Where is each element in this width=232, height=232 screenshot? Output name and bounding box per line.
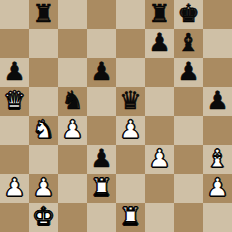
piece-white-pawn: ♟ bbox=[206, 173, 228, 202]
piece-black-king: ♚ bbox=[177, 0, 199, 28]
piece-white-bishop: ♝ bbox=[206, 144, 228, 173]
square-b2[interactable]: ♟ bbox=[29, 174, 58, 203]
square-h8[interactable] bbox=[203, 0, 232, 29]
piece-white-rook: ♜ bbox=[90, 173, 112, 202]
square-b4[interactable]: ♞ bbox=[29, 116, 58, 145]
square-a4[interactable] bbox=[0, 116, 29, 145]
square-h5[interactable]: ♟ bbox=[203, 87, 232, 116]
square-c8[interactable] bbox=[58, 0, 87, 29]
square-a6[interactable]: ♟ bbox=[0, 58, 29, 87]
piece-black-pawn: ♟ bbox=[206, 86, 228, 115]
square-e3[interactable] bbox=[116, 145, 145, 174]
square-d7[interactable] bbox=[87, 29, 116, 58]
square-h4[interactable] bbox=[203, 116, 232, 145]
square-a8[interactable] bbox=[0, 0, 29, 29]
piece-black-pawn: ♟ bbox=[90, 57, 112, 86]
square-d6[interactable]: ♟ bbox=[87, 58, 116, 87]
square-e1[interactable]: ♜ bbox=[116, 203, 145, 232]
square-a3[interactable] bbox=[0, 145, 29, 174]
piece-white-pawn: ♟ bbox=[61, 115, 83, 144]
square-h7[interactable] bbox=[203, 29, 232, 58]
piece-white-queen: ♛ bbox=[3, 86, 25, 115]
piece-white-pawn: ♟ bbox=[148, 144, 170, 173]
square-c4[interactable]: ♟ bbox=[58, 116, 87, 145]
square-f8[interactable]: ♜ bbox=[145, 0, 174, 29]
square-b8[interactable]: ♜ bbox=[29, 0, 58, 29]
piece-white-knight: ♞ bbox=[32, 115, 54, 144]
square-h3[interactable]: ♝ bbox=[203, 145, 232, 174]
square-f6[interactable] bbox=[145, 58, 174, 87]
square-b6[interactable] bbox=[29, 58, 58, 87]
chess-board: ♜♜♚♟♝♟♟♟♛♞♛♟♞♟♟♟♟♝♟♟♜♟♚♜ bbox=[0, 0, 232, 232]
piece-black-bishop: ♝ bbox=[177, 28, 199, 57]
piece-white-pawn: ♟ bbox=[32, 173, 54, 202]
square-c5[interactable]: ♞ bbox=[58, 87, 87, 116]
square-h2[interactable]: ♟ bbox=[203, 174, 232, 203]
square-g4[interactable] bbox=[174, 116, 203, 145]
square-d3[interactable]: ♟ bbox=[87, 145, 116, 174]
square-f7[interactable]: ♟ bbox=[145, 29, 174, 58]
square-b7[interactable] bbox=[29, 29, 58, 58]
piece-white-rook: ♜ bbox=[119, 202, 141, 231]
square-e2[interactable] bbox=[116, 174, 145, 203]
square-a7[interactable] bbox=[0, 29, 29, 58]
piece-black-knight: ♞ bbox=[61, 86, 83, 115]
piece-black-queen: ♛ bbox=[119, 86, 141, 115]
square-b3[interactable] bbox=[29, 145, 58, 174]
square-b1[interactable]: ♚ bbox=[29, 203, 58, 232]
square-f1[interactable] bbox=[145, 203, 174, 232]
piece-black-rook: ♜ bbox=[32, 0, 54, 28]
square-g1[interactable] bbox=[174, 203, 203, 232]
piece-black-pawn: ♟ bbox=[90, 144, 112, 173]
square-h1[interactable] bbox=[203, 203, 232, 232]
square-b5[interactable] bbox=[29, 87, 58, 116]
piece-black-pawn: ♟ bbox=[148, 28, 170, 57]
square-e5[interactable]: ♛ bbox=[116, 87, 145, 116]
square-c6[interactable] bbox=[58, 58, 87, 87]
piece-white-pawn: ♟ bbox=[3, 173, 25, 202]
square-a5[interactable]: ♛ bbox=[0, 87, 29, 116]
square-c1[interactable] bbox=[58, 203, 87, 232]
square-e4[interactable]: ♟ bbox=[116, 116, 145, 145]
square-f2[interactable] bbox=[145, 174, 174, 203]
square-f3[interactable]: ♟ bbox=[145, 145, 174, 174]
square-g3[interactable] bbox=[174, 145, 203, 174]
square-e6[interactable] bbox=[116, 58, 145, 87]
square-g6[interactable]: ♟ bbox=[174, 58, 203, 87]
square-g5[interactable] bbox=[174, 87, 203, 116]
piece-black-pawn: ♟ bbox=[177, 57, 199, 86]
piece-black-pawn: ♟ bbox=[3, 57, 25, 86]
square-h6[interactable] bbox=[203, 58, 232, 87]
piece-white-pawn: ♟ bbox=[119, 115, 141, 144]
square-g2[interactable] bbox=[174, 174, 203, 203]
square-a1[interactable] bbox=[0, 203, 29, 232]
square-d4[interactable] bbox=[87, 116, 116, 145]
piece-black-rook: ♜ bbox=[148, 0, 170, 28]
square-g8[interactable]: ♚ bbox=[174, 0, 203, 29]
square-c2[interactable] bbox=[58, 174, 87, 203]
square-c3[interactable] bbox=[58, 145, 87, 174]
square-d8[interactable] bbox=[87, 0, 116, 29]
square-f4[interactable] bbox=[145, 116, 174, 145]
square-e7[interactable] bbox=[116, 29, 145, 58]
square-e8[interactable] bbox=[116, 0, 145, 29]
square-d1[interactable] bbox=[87, 203, 116, 232]
square-d2[interactable]: ♜ bbox=[87, 174, 116, 203]
piece-white-king: ♚ bbox=[32, 202, 54, 231]
square-a2[interactable]: ♟ bbox=[0, 174, 29, 203]
square-g7[interactable]: ♝ bbox=[174, 29, 203, 58]
square-d5[interactable] bbox=[87, 87, 116, 116]
square-c7[interactable] bbox=[58, 29, 87, 58]
square-f5[interactable] bbox=[145, 87, 174, 116]
